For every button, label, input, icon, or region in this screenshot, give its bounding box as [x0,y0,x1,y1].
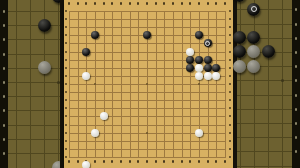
column-label-mark-bottom [163,160,165,163]
column-label-mark-bottom [129,160,131,163]
column-label-mark-bottom [181,160,183,163]
row-label-mark [3,109,5,112]
row-label-mark-right [229,83,231,85]
column-label-mark-bottom [189,160,191,163]
stone-white [82,72,90,80]
stone-black [233,45,246,58]
stone-black [262,45,275,58]
column-label-mark-top [224,2,226,5]
grid-line-horizontal [0,54,60,55]
grid-line-vertical [268,0,269,168]
column-label-mark-bottom [120,160,122,163]
column-label-mark-bottom [94,160,96,163]
grid-line-horizontal [237,166,293,167]
row-label-mark [3,138,5,141]
column-label-mark-top [181,2,183,5]
row-label-mark-left [65,10,67,12]
row-label-mark [3,124,5,127]
row-label-mark-right [229,10,231,12]
column-label-mark-top [189,2,191,5]
column-label-mark-top [111,2,113,5]
row-label-mark-right [229,156,231,158]
grid-line-vertical [254,0,255,168]
column-label-mark-bottom [111,160,113,163]
row-label-mark-left [65,99,67,101]
row-label-mark-left [65,42,67,44]
row-label-mark-left [65,75,67,77]
stone-black [186,64,194,72]
column-label-mark-bottom [103,160,105,163]
row-label-mark [295,51,297,54]
row-label-mark-right [229,51,231,53]
row-label-mark-right [229,107,231,109]
hoshi-point [146,83,148,85]
column-label-mark-top [146,2,148,5]
row-label-mark [295,37,297,40]
grid-line-horizontal [237,137,293,138]
row-label-mark [295,65,297,68]
grid-line-horizontal [69,149,226,150]
column-label-mark-top [198,2,200,5]
row-label-mark [3,67,5,70]
row-label-mark-right [229,18,231,20]
column-label-mark-top [103,2,105,5]
grid-line-horizontal [0,96,60,97]
stone-black [82,48,90,56]
hoshi-point [281,79,284,82]
grid-line-vertical [156,11,157,158]
grid-line-horizontal [237,9,293,10]
column-label-mark-top [120,2,122,5]
grid-line-vertical [282,0,283,168]
row-label-mark-left [65,34,67,36]
grid-line-horizontal [237,151,293,152]
row-label-mark-right [229,59,231,61]
row-label-mark [295,23,297,26]
column-label-mark-bottom [207,160,209,163]
grid-line-horizontal [237,123,293,124]
row-label-mark-right [229,42,231,44]
column-label-mark-top [172,2,174,5]
column-label-mark-top [137,2,139,5]
column-label-mark-bottom [172,160,174,163]
row-label-mark-left [65,156,67,158]
last-move-marker [251,6,257,12]
row-label-mark [3,24,5,27]
column-label-mark-bottom [68,160,70,163]
hoshi-point [94,83,96,85]
row-label-mark-right [229,67,231,69]
stone-white [247,60,260,73]
right-coordinate-strip [292,0,300,168]
left-coordinate-strip [0,0,8,168]
column-label-mark-bottom [224,160,226,163]
row-label-mark [295,150,297,153]
row-label-mark-right [229,124,231,126]
grid-line-horizontal [0,139,60,140]
hoshi-point [146,132,148,134]
column-label-mark-top [77,2,79,5]
row-label-mark [3,81,5,84]
row-label-mark [3,38,5,41]
stone-black [204,64,212,72]
stone-black [186,56,194,64]
column-label-mark-top [94,2,96,5]
row-label-mark-right [229,34,231,36]
row-label-mark [295,79,297,82]
row-label-mark [295,108,297,111]
grid-line-vertical [182,11,183,158]
row-label-mark [3,53,5,56]
row-label-mark-left [65,83,67,85]
grid-line-horizontal [69,116,226,117]
stone-white-clipped [82,161,90,168]
column-label-mark-top [163,2,165,5]
stone-black [195,31,203,39]
grid-line-horizontal [237,95,293,96]
column-label-mark-bottom [137,160,139,163]
grid-line-horizontal [0,82,60,83]
grid-line-horizontal [0,25,60,26]
column-label-mark-bottom [146,160,148,163]
stone-black [233,31,246,44]
row-label-mark-left [65,91,67,93]
column-label-mark-top [129,2,131,5]
grid-line-horizontal [0,68,60,69]
stone-black [247,31,260,44]
column-label-mark-top [215,2,217,5]
row-label-mark [295,94,297,97]
stone-white [195,64,203,72]
stone-white [247,45,260,58]
stone-white [195,72,203,80]
stone-white [195,129,203,137]
grid-line-vertical [208,11,209,158]
row-label-mark-left [65,115,67,117]
grid-line-horizontal [69,157,226,158]
grid-line-horizontal [237,109,293,110]
row-label-mark-left [65,51,67,53]
grid-line-vertical [240,0,241,168]
row-label-mark-left [65,59,67,61]
grid-line-vertical [173,11,174,158]
hoshi-point [198,83,200,85]
column-label-mark-bottom [198,160,200,163]
grid-line-vertical [164,11,165,158]
stone-black [204,56,212,64]
row-label-mark-right [229,115,231,117]
grid-line-horizontal [69,125,226,126]
row-label-mark-right [229,140,231,142]
stone-black [212,64,220,72]
grid-line-horizontal [237,24,293,25]
row-label-mark-left [65,140,67,142]
active-go-board[interactable] [64,0,233,168]
column-label-mark-top [85,2,87,5]
row-label-mark-right [229,148,231,150]
stone-black [195,56,203,64]
column-label-mark-bottom [77,160,79,163]
grid-line-horizontal [237,80,293,81]
stone-black [143,31,151,39]
row-label-mark-left [65,26,67,28]
stone-white [91,129,99,137]
grid-line-horizontal [69,100,226,101]
grid-line-horizontal [0,39,60,40]
row-label-mark-left [65,148,67,150]
row-label-mark [3,152,5,155]
grid-line-horizontal [0,125,60,126]
row-label-mark-left [65,124,67,126]
row-label-mark-right [229,132,231,134]
row-label-mark-left [65,132,67,134]
stone-black [38,19,51,32]
left-side-board[interactable] [0,0,60,168]
stone-white [100,112,108,120]
row-label-mark-right [229,91,231,93]
grid-line-horizontal [69,141,226,142]
row-label-mark [3,95,5,98]
grid-line-horizontal [0,11,60,12]
grid-line-horizontal [0,110,60,111]
column-label-mark-bottom [155,160,157,163]
right-side-board[interactable] [237,0,293,168]
row-label-mark-right [229,99,231,101]
stone-white [204,72,212,80]
go-multiboard-stage [0,0,300,168]
grid-line-horizontal [0,153,60,154]
stone-white [186,48,194,56]
grid-line-vertical [225,11,226,158]
column-label-mark-top [155,2,157,5]
row-label-mark [3,10,5,13]
column-label-mark-top [68,2,70,5]
stone-white [233,60,246,73]
column-label-mark-bottom [215,160,217,163]
stone-white [38,61,51,74]
grid-line-vertical [216,11,217,158]
column-label-mark-top [207,2,209,5]
row-label-mark-left [65,18,67,20]
stone-black [91,31,99,39]
grid-line-horizontal [69,108,226,109]
row-label-mark-left [65,107,67,109]
stone-white [212,72,220,80]
row-label-mark-right [229,75,231,77]
row-label-mark-right [229,26,231,28]
row-label-mark [295,136,297,139]
grid-line-horizontal [69,92,226,93]
row-label-mark [295,122,297,125]
row-label-mark [295,8,297,11]
row-label-mark-left [65,67,67,69]
grid-line-vertical [190,11,191,158]
